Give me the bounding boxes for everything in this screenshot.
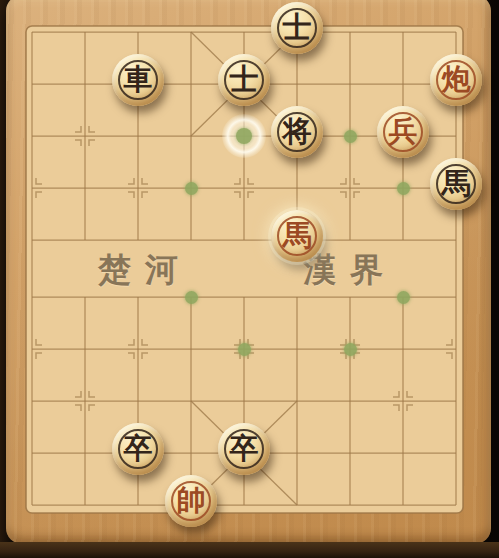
piece-character: 帥: [165, 474, 217, 526]
piece-character: 士: [218, 53, 270, 105]
piece-character: 車: [112, 53, 164, 105]
piece-character: 将: [271, 105, 323, 157]
piece-black-soldier[interactable]: 卒: [112, 423, 164, 475]
piece-character: 馬: [271, 209, 323, 261]
piece-red-soldier[interactable]: 兵: [377, 106, 429, 158]
piece-red-cannon[interactable]: 炮: [430, 54, 482, 106]
piece-black-soldier[interactable]: 卒: [218, 423, 270, 475]
piece-black-horse[interactable]: 馬: [430, 158, 482, 210]
pieces-layer: 士車士炮将兵馬馬卒卒帥: [0, 0, 499, 558]
piece-character: 兵: [377, 105, 429, 157]
piece-black-chariot[interactable]: 車: [112, 54, 164, 106]
piece-black-advisor[interactable]: 士: [218, 54, 270, 106]
piece-character: 馬: [430, 157, 482, 209]
piece-red-general[interactable]: 帥: [165, 475, 217, 527]
piece-character: 士: [271, 1, 323, 53]
piece-black-advisor[interactable]: 士: [271, 2, 323, 54]
piece-character: 卒: [218, 422, 270, 474]
xiangqi-app: 楚河 漢界 士車士炮将兵馬馬卒卒帥: [0, 0, 499, 558]
piece-character: 卒: [112, 422, 164, 474]
piece-black-general[interactable]: 将: [271, 106, 323, 158]
piece-character: 炮: [430, 53, 482, 105]
piece-red-horse[interactable]: 馬: [271, 210, 323, 262]
